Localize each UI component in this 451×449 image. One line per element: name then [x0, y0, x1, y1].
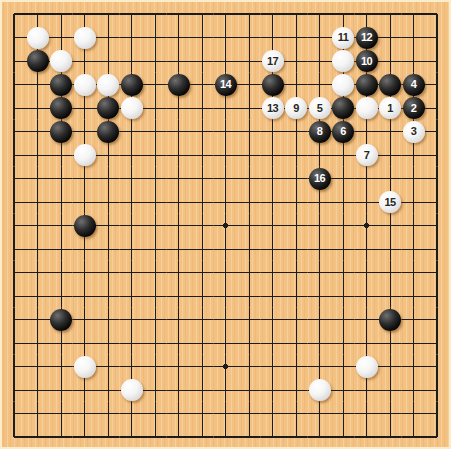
intersection-L12[interactable] — [237, 167, 261, 191]
intersection-M3[interactable] — [261, 378, 285, 402]
intersection-J11[interactable] — [190, 190, 214, 214]
intersection-S4[interactable] — [402, 355, 426, 379]
intersection-Q12[interactable] — [355, 167, 379, 191]
intersection-K6[interactable] — [214, 308, 238, 332]
intersection-L11[interactable] — [237, 190, 261, 214]
intersection-O1[interactable] — [308, 425, 332, 449]
intersection-A2[interactable] — [2, 402, 26, 426]
intersection-T8[interactable] — [425, 261, 449, 285]
intersection-C14[interactable] — [49, 120, 73, 144]
intersection-J7[interactable] — [190, 284, 214, 308]
intersection-J5[interactable] — [190, 331, 214, 355]
intersection-H11[interactable] — [167, 190, 191, 214]
intersection-L7[interactable] — [237, 284, 261, 308]
intersection-H13[interactable] — [167, 143, 191, 167]
intersection-K16[interactable]: 14 — [214, 73, 238, 97]
intersection-C13[interactable] — [49, 143, 73, 167]
intersection-K7[interactable] — [214, 284, 238, 308]
intersection-S16[interactable]: 4 — [402, 73, 426, 97]
intersection-D1[interactable] — [73, 425, 97, 449]
intersection-P4[interactable] — [331, 355, 355, 379]
intersection-Q13[interactable]: 7 — [355, 143, 379, 167]
intersection-J15[interactable] — [190, 96, 214, 120]
intersection-T15[interactable] — [425, 96, 449, 120]
intersection-E2[interactable] — [96, 402, 120, 426]
intersection-N8[interactable] — [284, 261, 308, 285]
intersection-C11[interactable] — [49, 190, 73, 214]
intersection-T12[interactable] — [425, 167, 449, 191]
intersection-M2[interactable] — [261, 402, 285, 426]
intersection-H19[interactable] — [167, 2, 191, 26]
intersection-G8[interactable] — [143, 261, 167, 285]
intersection-R5[interactable] — [378, 331, 402, 355]
intersection-E14[interactable] — [96, 120, 120, 144]
intersection-L19[interactable] — [237, 2, 261, 26]
intersection-F4[interactable] — [120, 355, 144, 379]
intersection-N16[interactable] — [284, 73, 308, 97]
intersection-G15[interactable] — [143, 96, 167, 120]
intersection-E15[interactable] — [96, 96, 120, 120]
intersection-S15[interactable]: 2 — [402, 96, 426, 120]
intersection-B5[interactable] — [26, 331, 50, 355]
intersection-F19[interactable] — [120, 2, 144, 26]
intersection-O15[interactable]: 5 — [308, 96, 332, 120]
intersection-M16[interactable] — [261, 73, 285, 97]
intersection-S6[interactable] — [402, 308, 426, 332]
intersection-K4[interactable] — [214, 355, 238, 379]
intersection-G17[interactable] — [143, 49, 167, 73]
intersection-P2[interactable] — [331, 402, 355, 426]
intersection-L14[interactable] — [237, 120, 261, 144]
intersection-J19[interactable] — [190, 2, 214, 26]
intersection-D14[interactable] — [73, 120, 97, 144]
intersection-K3[interactable] — [214, 378, 238, 402]
intersection-J1[interactable] — [190, 425, 214, 449]
intersection-K2[interactable] — [214, 402, 238, 426]
intersection-T9[interactable] — [425, 237, 449, 261]
intersection-S18[interactable] — [402, 26, 426, 50]
intersection-Q1[interactable] — [355, 425, 379, 449]
intersection-G9[interactable] — [143, 237, 167, 261]
intersection-A11[interactable] — [2, 190, 26, 214]
intersection-F1[interactable] — [120, 425, 144, 449]
intersection-L8[interactable] — [237, 261, 261, 285]
intersection-H9[interactable] — [167, 237, 191, 261]
intersection-R9[interactable] — [378, 237, 402, 261]
intersection-O3[interactable] — [308, 378, 332, 402]
intersection-R15[interactable]: 1 — [378, 96, 402, 120]
intersection-M18[interactable] — [261, 26, 285, 50]
intersection-D10[interactable] — [73, 214, 97, 238]
intersection-G11[interactable] — [143, 190, 167, 214]
intersection-B1[interactable] — [26, 425, 50, 449]
intersection-T17[interactable] — [425, 49, 449, 73]
intersection-N1[interactable] — [284, 425, 308, 449]
intersection-G14[interactable] — [143, 120, 167, 144]
intersection-T1[interactable] — [425, 425, 449, 449]
intersection-A3[interactable] — [2, 378, 26, 402]
intersection-S12[interactable] — [402, 167, 426, 191]
intersection-A19[interactable] — [2, 2, 26, 26]
intersection-F17[interactable] — [120, 49, 144, 73]
intersection-M19[interactable] — [261, 2, 285, 26]
intersection-J8[interactable] — [190, 261, 214, 285]
intersection-J3[interactable] — [190, 378, 214, 402]
intersection-E8[interactable] — [96, 261, 120, 285]
intersection-H1[interactable] — [167, 425, 191, 449]
intersection-K15[interactable] — [214, 96, 238, 120]
intersection-K17[interactable] — [214, 49, 238, 73]
intersection-B10[interactable] — [26, 214, 50, 238]
intersection-H17[interactable] — [167, 49, 191, 73]
intersection-B16[interactable] — [26, 73, 50, 97]
intersection-H18[interactable] — [167, 26, 191, 50]
intersection-D8[interactable] — [73, 261, 97, 285]
intersection-J13[interactable] — [190, 143, 214, 167]
intersection-N2[interactable] — [284, 402, 308, 426]
intersection-R6[interactable] — [378, 308, 402, 332]
intersection-Q7[interactable] — [355, 284, 379, 308]
intersection-T16[interactable] — [425, 73, 449, 97]
intersection-N13[interactable] — [284, 143, 308, 167]
intersection-S17[interactable] — [402, 49, 426, 73]
intersection-S8[interactable] — [402, 261, 426, 285]
intersection-N18[interactable] — [284, 26, 308, 50]
intersection-A10[interactable] — [2, 214, 26, 238]
intersection-B11[interactable] — [26, 190, 50, 214]
intersection-F14[interactable] — [120, 120, 144, 144]
intersection-M12[interactable] — [261, 167, 285, 191]
intersection-Q5[interactable] — [355, 331, 379, 355]
intersection-M4[interactable] — [261, 355, 285, 379]
intersection-G7[interactable] — [143, 284, 167, 308]
intersection-G6[interactable] — [143, 308, 167, 332]
intersection-S5[interactable] — [402, 331, 426, 355]
intersection-T19[interactable] — [425, 2, 449, 26]
intersection-E11[interactable] — [96, 190, 120, 214]
intersection-L16[interactable] — [237, 73, 261, 97]
intersection-Q14[interactable] — [355, 120, 379, 144]
intersection-P11[interactable] — [331, 190, 355, 214]
intersection-B18[interactable] — [26, 26, 50, 50]
intersection-F2[interactable] — [120, 402, 144, 426]
intersection-O7[interactable] — [308, 284, 332, 308]
intersection-C19[interactable] — [49, 2, 73, 26]
intersection-P5[interactable] — [331, 331, 355, 355]
intersection-C8[interactable] — [49, 261, 73, 285]
intersection-J9[interactable] — [190, 237, 214, 261]
go-board[interactable]: 1112171014413951286371615 — [2, 2, 449, 449]
intersection-D2[interactable] — [73, 402, 97, 426]
intersection-P13[interactable] — [331, 143, 355, 167]
intersection-C4[interactable] — [49, 355, 73, 379]
intersection-D6[interactable] — [73, 308, 97, 332]
intersection-B17[interactable] — [26, 49, 50, 73]
intersection-R7[interactable] — [378, 284, 402, 308]
intersection-T14[interactable] — [425, 120, 449, 144]
intersection-M11[interactable] — [261, 190, 285, 214]
intersection-E17[interactable] — [96, 49, 120, 73]
intersection-K11[interactable] — [214, 190, 238, 214]
intersection-O19[interactable] — [308, 2, 332, 26]
intersection-K5[interactable] — [214, 331, 238, 355]
intersection-E10[interactable] — [96, 214, 120, 238]
intersection-G13[interactable] — [143, 143, 167, 167]
intersection-M7[interactable] — [261, 284, 285, 308]
intersection-C9[interactable] — [49, 237, 73, 261]
intersection-B4[interactable] — [26, 355, 50, 379]
intersection-L13[interactable] — [237, 143, 261, 167]
intersection-H3[interactable] — [167, 378, 191, 402]
intersection-L6[interactable] — [237, 308, 261, 332]
intersection-E9[interactable] — [96, 237, 120, 261]
intersection-S1[interactable] — [402, 425, 426, 449]
intersection-M14[interactable] — [261, 120, 285, 144]
intersection-A17[interactable] — [2, 49, 26, 73]
intersection-T5[interactable] — [425, 331, 449, 355]
intersection-S3[interactable] — [402, 378, 426, 402]
intersection-C15[interactable] — [49, 96, 73, 120]
intersection-C5[interactable] — [49, 331, 73, 355]
intersection-D5[interactable] — [73, 331, 97, 355]
intersection-C1[interactable] — [49, 425, 73, 449]
intersection-O17[interactable] — [308, 49, 332, 73]
intersection-P1[interactable] — [331, 425, 355, 449]
intersection-P10[interactable] — [331, 214, 355, 238]
intersection-L1[interactable] — [237, 425, 261, 449]
intersection-B13[interactable] — [26, 143, 50, 167]
intersection-C6[interactable] — [49, 308, 73, 332]
intersection-R14[interactable] — [378, 120, 402, 144]
intersection-K12[interactable] — [214, 167, 238, 191]
intersection-E19[interactable] — [96, 2, 120, 26]
intersection-A13[interactable] — [2, 143, 26, 167]
intersection-E4[interactable] — [96, 355, 120, 379]
intersection-R16[interactable] — [378, 73, 402, 97]
intersection-D3[interactable] — [73, 378, 97, 402]
intersection-H2[interactable] — [167, 402, 191, 426]
intersection-D11[interactable] — [73, 190, 97, 214]
intersection-R17[interactable] — [378, 49, 402, 73]
intersection-L18[interactable] — [237, 26, 261, 50]
intersection-C18[interactable] — [49, 26, 73, 50]
intersection-M9[interactable] — [261, 237, 285, 261]
intersection-Q9[interactable] — [355, 237, 379, 261]
intersection-A7[interactable] — [2, 284, 26, 308]
intersection-C16[interactable] — [49, 73, 73, 97]
intersection-L9[interactable] — [237, 237, 261, 261]
intersection-N19[interactable] — [284, 2, 308, 26]
intersection-N5[interactable] — [284, 331, 308, 355]
intersection-R8[interactable] — [378, 261, 402, 285]
intersection-P3[interactable] — [331, 378, 355, 402]
intersection-M15[interactable]: 13 — [261, 96, 285, 120]
intersection-B14[interactable] — [26, 120, 50, 144]
intersection-E7[interactable] — [96, 284, 120, 308]
intersection-G19[interactable] — [143, 2, 167, 26]
intersection-S11[interactable] — [402, 190, 426, 214]
intersection-C7[interactable] — [49, 284, 73, 308]
intersection-F10[interactable] — [120, 214, 144, 238]
intersection-N12[interactable] — [284, 167, 308, 191]
intersection-Q16[interactable] — [355, 73, 379, 97]
intersection-P16[interactable] — [331, 73, 355, 97]
intersection-D4[interactable] — [73, 355, 97, 379]
intersection-O6[interactable] — [308, 308, 332, 332]
intersection-N10[interactable] — [284, 214, 308, 238]
intersection-N3[interactable] — [284, 378, 308, 402]
intersection-F13[interactable] — [120, 143, 144, 167]
intersection-R12[interactable] — [378, 167, 402, 191]
intersection-D9[interactable] — [73, 237, 97, 261]
intersection-P19[interactable] — [331, 2, 355, 26]
intersection-A14[interactable] — [2, 120, 26, 144]
intersection-J10[interactable] — [190, 214, 214, 238]
intersection-D15[interactable] — [73, 96, 97, 120]
intersection-M5[interactable] — [261, 331, 285, 355]
intersection-N11[interactable] — [284, 190, 308, 214]
intersection-Q10[interactable] — [355, 214, 379, 238]
intersection-N14[interactable] — [284, 120, 308, 144]
intersection-E16[interactable] — [96, 73, 120, 97]
intersection-C2[interactable] — [49, 402, 73, 426]
intersection-B8[interactable] — [26, 261, 50, 285]
intersection-F18[interactable] — [120, 26, 144, 50]
intersection-T6[interactable] — [425, 308, 449, 332]
intersection-T3[interactable] — [425, 378, 449, 402]
intersection-C10[interactable] — [49, 214, 73, 238]
intersection-H10[interactable] — [167, 214, 191, 238]
intersection-S2[interactable] — [402, 402, 426, 426]
intersection-R19[interactable] — [378, 2, 402, 26]
intersection-T11[interactable] — [425, 190, 449, 214]
intersection-D7[interactable] — [73, 284, 97, 308]
intersection-M13[interactable] — [261, 143, 285, 167]
intersection-H6[interactable] — [167, 308, 191, 332]
intersection-R10[interactable] — [378, 214, 402, 238]
intersection-O12[interactable]: 16 — [308, 167, 332, 191]
intersection-F11[interactable] — [120, 190, 144, 214]
intersection-L5[interactable] — [237, 331, 261, 355]
intersection-H15[interactable] — [167, 96, 191, 120]
intersection-A12[interactable] — [2, 167, 26, 191]
intersection-G4[interactable] — [143, 355, 167, 379]
intersection-Q4[interactable] — [355, 355, 379, 379]
intersection-N4[interactable] — [284, 355, 308, 379]
intersection-B2[interactable] — [26, 402, 50, 426]
intersection-N7[interactable] — [284, 284, 308, 308]
intersection-C3[interactable] — [49, 378, 73, 402]
intersection-J17[interactable] — [190, 49, 214, 73]
intersection-S13[interactable] — [402, 143, 426, 167]
intersection-P14[interactable]: 6 — [331, 120, 355, 144]
intersection-H8[interactable] — [167, 261, 191, 285]
intersection-O5[interactable] — [308, 331, 332, 355]
intersection-D18[interactable] — [73, 26, 97, 50]
intersection-E12[interactable] — [96, 167, 120, 191]
intersection-G16[interactable] — [143, 73, 167, 97]
intersection-B19[interactable] — [26, 2, 50, 26]
intersection-R11[interactable]: 15 — [378, 190, 402, 214]
intersection-K18[interactable] — [214, 26, 238, 50]
intersection-F8[interactable] — [120, 261, 144, 285]
intersection-T7[interactable] — [425, 284, 449, 308]
intersection-N6[interactable] — [284, 308, 308, 332]
intersection-K19[interactable] — [214, 2, 238, 26]
intersection-P15[interactable] — [331, 96, 355, 120]
intersection-M10[interactable] — [261, 214, 285, 238]
intersection-F7[interactable] — [120, 284, 144, 308]
intersection-G5[interactable] — [143, 331, 167, 355]
intersection-L2[interactable] — [237, 402, 261, 426]
intersection-H14[interactable] — [167, 120, 191, 144]
intersection-J2[interactable] — [190, 402, 214, 426]
intersection-K13[interactable] — [214, 143, 238, 167]
intersection-E13[interactable] — [96, 143, 120, 167]
intersection-F12[interactable] — [120, 167, 144, 191]
intersection-T18[interactable] — [425, 26, 449, 50]
intersection-P12[interactable] — [331, 167, 355, 191]
intersection-J16[interactable] — [190, 73, 214, 97]
intersection-T10[interactable] — [425, 214, 449, 238]
intersection-M6[interactable] — [261, 308, 285, 332]
intersection-A18[interactable] — [2, 26, 26, 50]
intersection-G10[interactable] — [143, 214, 167, 238]
intersection-N15[interactable]: 9 — [284, 96, 308, 120]
intersection-E1[interactable] — [96, 425, 120, 449]
intersection-G2[interactable] — [143, 402, 167, 426]
intersection-A9[interactable] — [2, 237, 26, 261]
intersection-Q17[interactable]: 10 — [355, 49, 379, 73]
intersection-D13[interactable] — [73, 143, 97, 167]
intersection-A6[interactable] — [2, 308, 26, 332]
intersection-N17[interactable] — [284, 49, 308, 73]
intersection-A4[interactable] — [2, 355, 26, 379]
intersection-O11[interactable] — [308, 190, 332, 214]
intersection-T2[interactable] — [425, 402, 449, 426]
intersection-F9[interactable] — [120, 237, 144, 261]
intersection-Q18[interactable]: 12 — [355, 26, 379, 50]
intersection-O16[interactable] — [308, 73, 332, 97]
intersection-K1[interactable] — [214, 425, 238, 449]
intersection-P6[interactable] — [331, 308, 355, 332]
intersection-R2[interactable] — [378, 402, 402, 426]
intersection-D17[interactable] — [73, 49, 97, 73]
intersection-H12[interactable] — [167, 167, 191, 191]
intersection-B3[interactable] — [26, 378, 50, 402]
intersection-K8[interactable] — [214, 261, 238, 285]
intersection-K9[interactable] — [214, 237, 238, 261]
intersection-O4[interactable] — [308, 355, 332, 379]
intersection-S14[interactable]: 3 — [402, 120, 426, 144]
intersection-Q6[interactable] — [355, 308, 379, 332]
intersection-O18[interactable] — [308, 26, 332, 50]
intersection-Q19[interactable] — [355, 2, 379, 26]
intersection-N9[interactable] — [284, 237, 308, 261]
intersection-O2[interactable] — [308, 402, 332, 426]
intersection-O8[interactable] — [308, 261, 332, 285]
intersection-S19[interactable] — [402, 2, 426, 26]
intersection-P18[interactable]: 11 — [331, 26, 355, 50]
intersection-D12[interactable] — [73, 167, 97, 191]
intersection-L15[interactable] — [237, 96, 261, 120]
intersection-F3[interactable] — [120, 378, 144, 402]
intersection-M1[interactable] — [261, 425, 285, 449]
intersection-P7[interactable] — [331, 284, 355, 308]
intersection-M17[interactable]: 17 — [261, 49, 285, 73]
intersection-D16[interactable] — [73, 73, 97, 97]
intersection-B9[interactable] — [26, 237, 50, 261]
